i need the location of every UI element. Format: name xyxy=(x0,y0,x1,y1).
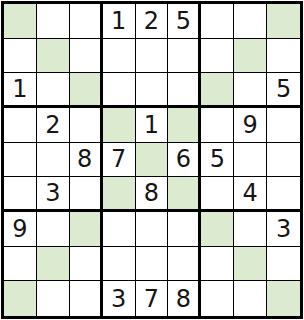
cell-r7c8[interactable] xyxy=(234,212,267,247)
cell-r4c3[interactable] xyxy=(70,108,103,143)
cell-r6c8[interactable]: 4 xyxy=(234,177,267,212)
cell-r9c5[interactable]: 7 xyxy=(136,281,169,316)
cell-r7c2[interactable] xyxy=(37,212,70,247)
cell-r6c6[interactable] xyxy=(168,177,201,212)
cell-r8c9[interactable] xyxy=(267,247,300,282)
cell-r3c7[interactable] xyxy=(201,73,234,108)
cell-r9c4[interactable]: 3 xyxy=(103,281,136,316)
cell-r2c5[interactable] xyxy=(136,39,169,74)
cell-r7c6[interactable] xyxy=(168,212,201,247)
cell-r5c3[interactable]: 8 xyxy=(70,143,103,178)
cell-r7c9[interactable]: 3 xyxy=(267,212,300,247)
cell-r7c1[interactable]: 9 xyxy=(4,212,37,247)
cell-r6c7[interactable] xyxy=(201,177,234,212)
cell-r8c8[interactable] xyxy=(234,247,267,282)
sudoku-board: 12515219876538493378 xyxy=(1,1,303,319)
cell-r1c6[interactable]: 5 xyxy=(168,4,201,39)
cell-r3c5[interactable] xyxy=(136,73,169,108)
cell-r4c5[interactable]: 1 xyxy=(136,108,169,143)
cell-r4c6[interactable] xyxy=(168,108,201,143)
cell-r8c2[interactable] xyxy=(37,247,70,282)
cell-r4c7[interactable] xyxy=(201,108,234,143)
cell-r6c2[interactable]: 3 xyxy=(37,177,70,212)
cell-r8c7[interactable] xyxy=(201,247,234,282)
cell-r8c6[interactable] xyxy=(168,247,201,282)
cell-r9c6[interactable]: 8 xyxy=(168,281,201,316)
cell-r8c1[interactable] xyxy=(4,247,37,282)
cell-r5c5[interactable] xyxy=(136,143,169,178)
cell-r6c3[interactable] xyxy=(70,177,103,212)
cell-r1c9[interactable] xyxy=(267,4,300,39)
cell-r1c1[interactable] xyxy=(4,4,37,39)
cell-r9c2[interactable] xyxy=(37,281,70,316)
cell-r8c4[interactable] xyxy=(103,247,136,282)
cell-r7c4[interactable] xyxy=(103,212,136,247)
cell-r3c9[interactable]: 5 xyxy=(267,73,300,108)
cell-r4c4[interactable] xyxy=(103,108,136,143)
cell-r9c8[interactable] xyxy=(234,281,267,316)
cell-r5c9[interactable] xyxy=(267,143,300,178)
cell-r1c3[interactable] xyxy=(70,4,103,39)
cell-r8c3[interactable] xyxy=(70,247,103,282)
cell-r2c6[interactable] xyxy=(168,39,201,74)
cell-r4c8[interactable]: 9 xyxy=(234,108,267,143)
cell-r3c8[interactable] xyxy=(234,73,267,108)
cell-r5c2[interactable] xyxy=(37,143,70,178)
cell-r1c7[interactable] xyxy=(201,4,234,39)
cell-r1c5[interactable]: 2 xyxy=(136,4,169,39)
cell-r3c6[interactable] xyxy=(168,73,201,108)
cell-r2c7[interactable] xyxy=(201,39,234,74)
cell-r4c9[interactable] xyxy=(267,108,300,143)
cell-r2c3[interactable] xyxy=(70,39,103,74)
cell-r4c2[interactable]: 2 xyxy=(37,108,70,143)
cell-r1c8[interactable] xyxy=(234,4,267,39)
cell-r4c1[interactable] xyxy=(4,108,37,143)
cell-r6c4[interactable] xyxy=(103,177,136,212)
cell-r7c7[interactable] xyxy=(201,212,234,247)
cell-r9c9[interactable] xyxy=(267,281,300,316)
cell-r5c1[interactable] xyxy=(4,143,37,178)
cell-r8c5[interactable] xyxy=(136,247,169,282)
cell-r5c6[interactable]: 6 xyxy=(168,143,201,178)
cell-r2c9[interactable] xyxy=(267,39,300,74)
cell-r3c3[interactable] xyxy=(70,73,103,108)
cell-r3c4[interactable] xyxy=(103,73,136,108)
cell-r7c3[interactable] xyxy=(70,212,103,247)
cell-r2c2[interactable] xyxy=(37,39,70,74)
cell-r6c1[interactable] xyxy=(4,177,37,212)
cell-r1c4[interactable]: 1 xyxy=(103,4,136,39)
page: 12515219876538493378 xyxy=(0,0,304,320)
cell-r3c1[interactable]: 1 xyxy=(4,73,37,108)
cell-r6c5[interactable]: 8 xyxy=(136,177,169,212)
cell-r7c5[interactable] xyxy=(136,212,169,247)
cell-r1c2[interactable] xyxy=(37,4,70,39)
cell-r5c8[interactable] xyxy=(234,143,267,178)
cell-r3c2[interactable] xyxy=(37,73,70,108)
cell-r2c4[interactable] xyxy=(103,39,136,74)
cell-r9c3[interactable] xyxy=(70,281,103,316)
cell-r2c8[interactable] xyxy=(234,39,267,74)
cell-r9c7[interactable] xyxy=(201,281,234,316)
cell-r5c4[interactable]: 7 xyxy=(103,143,136,178)
cell-r2c1[interactable] xyxy=(4,39,37,74)
cell-r5c7[interactable]: 5 xyxy=(201,143,234,178)
cell-r6c9[interactable] xyxy=(267,177,300,212)
cell-r9c1[interactable] xyxy=(4,281,37,316)
